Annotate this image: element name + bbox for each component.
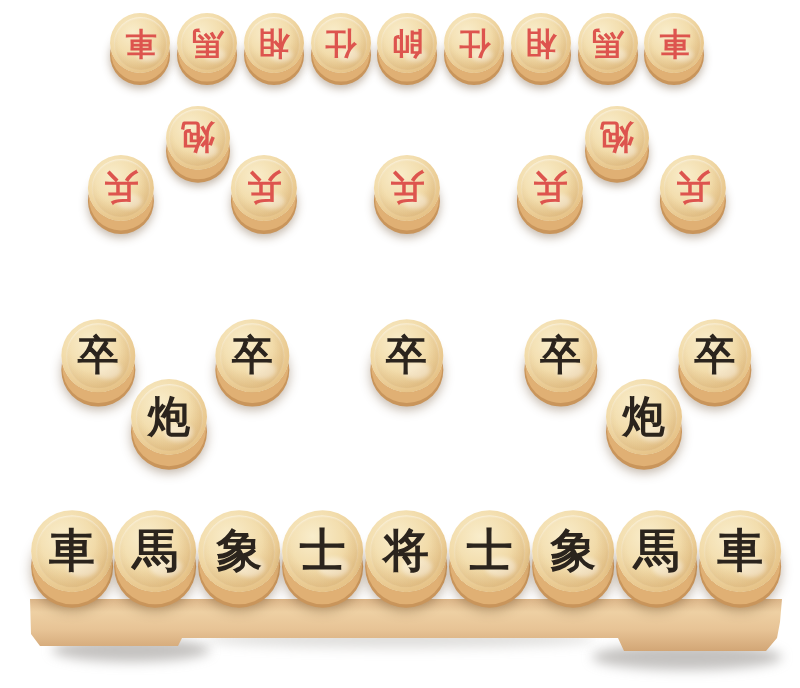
piece-character: 車 bbox=[125, 28, 156, 59]
piece-character: 卒 bbox=[78, 335, 119, 376]
piece-character: 兵 bbox=[533, 171, 567, 205]
grid-line bbox=[674, 55, 740, 567]
piece-black-soldier[interactable]: 卒 bbox=[62, 319, 135, 392]
piece-character: 士 bbox=[300, 528, 346, 574]
piece-character: 車 bbox=[717, 528, 763, 574]
piece-character: 相 bbox=[258, 28, 289, 59]
river-label-chu-he: 楚河 bbox=[124, 251, 304, 289]
river-label-han-jie: 漢界 bbox=[430, 281, 611, 320]
piece-black-advisor[interactable]: 士 bbox=[282, 510, 364, 592]
piece-character: 兵 bbox=[104, 171, 138, 205]
piece-character: 馬 bbox=[133, 528, 179, 574]
piece-black-advisor[interactable]: 士 bbox=[449, 510, 531, 592]
piece-red-advisor[interactable]: 仕 bbox=[311, 13, 371, 73]
piece-character: 馬 bbox=[634, 528, 680, 574]
piece-character: 卒 bbox=[232, 335, 273, 376]
piece-black-cannon[interactable]: 炮 bbox=[131, 379, 207, 455]
piece-black-horse[interactable]: 馬 bbox=[115, 510, 197, 592]
piece-character: 馬 bbox=[592, 28, 623, 59]
piece-character: 車 bbox=[659, 28, 690, 59]
piece-character: 兵 bbox=[247, 171, 281, 205]
piece-character: 炮 bbox=[600, 121, 633, 154]
piece-red-general[interactable]: 帥 bbox=[377, 13, 437, 73]
board-fold-seam bbox=[75, 287, 738, 296]
piece-red-elephant[interactable]: 相 bbox=[244, 13, 304, 73]
piece-character: 炮 bbox=[623, 396, 666, 439]
piece-red-advisor[interactable]: 仕 bbox=[444, 13, 504, 73]
piece-red-soldier[interactable]: 兵 bbox=[88, 155, 154, 221]
piece-character: 仕 bbox=[459, 28, 490, 59]
piece-character: 卒 bbox=[540, 335, 581, 376]
piece-black-cannon[interactable]: 炮 bbox=[606, 379, 682, 455]
piece-character: 兵 bbox=[390, 171, 424, 205]
piece-black-general[interactable]: 将 bbox=[365, 510, 447, 592]
piece-character: 車 bbox=[49, 528, 95, 574]
piece-character: 馬 bbox=[192, 28, 223, 59]
piece-character: 卒 bbox=[694, 335, 735, 376]
piece-red-cannon[interactable]: 炮 bbox=[166, 106, 230, 170]
piece-black-chariot[interactable]: 車 bbox=[31, 510, 113, 592]
piece-black-soldier[interactable]: 卒 bbox=[678, 319, 751, 392]
piece-character: 象 bbox=[216, 528, 262, 574]
piece-black-soldier[interactable]: 卒 bbox=[524, 319, 597, 392]
piece-character: 炮 bbox=[181, 121, 214, 154]
piece-character: 将 bbox=[383, 528, 429, 574]
grid-line bbox=[72, 55, 141, 567]
piece-character: 士 bbox=[467, 528, 513, 574]
piece-red-soldier[interactable]: 兵 bbox=[231, 155, 297, 221]
piece-character: 相 bbox=[525, 28, 556, 59]
piece-character: 炮 bbox=[148, 396, 191, 439]
piece-red-soldier[interactable]: 兵 bbox=[517, 155, 583, 221]
piece-red-horse[interactable]: 馬 bbox=[578, 13, 638, 73]
piece-character: 帥 bbox=[392, 28, 423, 59]
piece-red-chariot[interactable]: 車 bbox=[110, 13, 170, 73]
piece-red-soldier[interactable]: 兵 bbox=[374, 155, 440, 221]
piece-red-elephant[interactable]: 相 bbox=[511, 13, 571, 73]
xiangqi-set-photo: 楚河 漢界 車馬相仕帥仕相馬車炮炮兵兵兵兵兵卒卒卒卒卒炮炮車馬象士将士象馬車 bbox=[0, 0, 800, 688]
piece-black-soldier[interactable]: 卒 bbox=[370, 319, 443, 392]
piece-character: 仕 bbox=[325, 28, 356, 59]
piece-red-soldier[interactable]: 兵 bbox=[660, 155, 726, 221]
piece-character: 兵 bbox=[676, 171, 710, 205]
piece-black-elephant[interactable]: 象 bbox=[198, 510, 280, 592]
piece-black-chariot[interactable]: 車 bbox=[699, 510, 781, 592]
grid-line bbox=[474, 55, 480, 255]
piece-character: 卒 bbox=[386, 335, 427, 376]
piece-red-cannon[interactable]: 炮 bbox=[585, 106, 649, 170]
piece-black-elephant[interactable]: 象 bbox=[532, 510, 614, 592]
piece-black-soldier[interactable]: 卒 bbox=[216, 319, 289, 392]
piece-character: 象 bbox=[550, 528, 596, 574]
piece-red-chariot[interactable]: 車 bbox=[644, 13, 704, 73]
grid-line bbox=[334, 55, 341, 255]
piece-red-horse[interactable]: 馬 bbox=[177, 13, 237, 73]
piece-black-horse[interactable]: 馬 bbox=[616, 510, 698, 592]
